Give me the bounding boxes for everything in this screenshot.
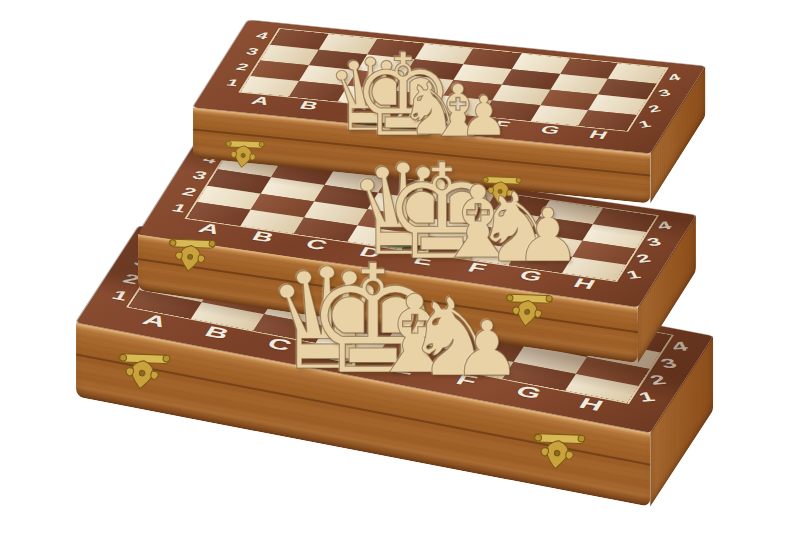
product-photo-stacked-chess-boxes: ABCDEFGH43214321 ABCDEFGH43214321 ABCDEF… [0,0,800,533]
brass-clasp-icon [525,424,590,480]
rank-label-1-right: 1 [629,387,666,407]
brass-clasp-bottom-left [109,344,175,404]
rank-label-3-right: 3 [637,233,672,252]
brass-clasp-bottom-right [524,424,590,484]
brass-clasp-top-left [218,133,268,180]
brass-clasp-icon [110,344,175,400]
rank-label-1-right: 1 [627,115,661,134]
brass-clasp-icon [161,231,220,282]
piece-pawn-middle-box: ♟ [515,198,581,272]
piece-pawn-bottom-box: ♟ [453,311,521,387]
brass-clasp-icon [219,133,268,176]
rank-label-1-right: 1 [616,265,651,284]
brass-clasp-middle-left [160,231,219,286]
piece-pawn-top-box: ♟ [459,89,508,144]
